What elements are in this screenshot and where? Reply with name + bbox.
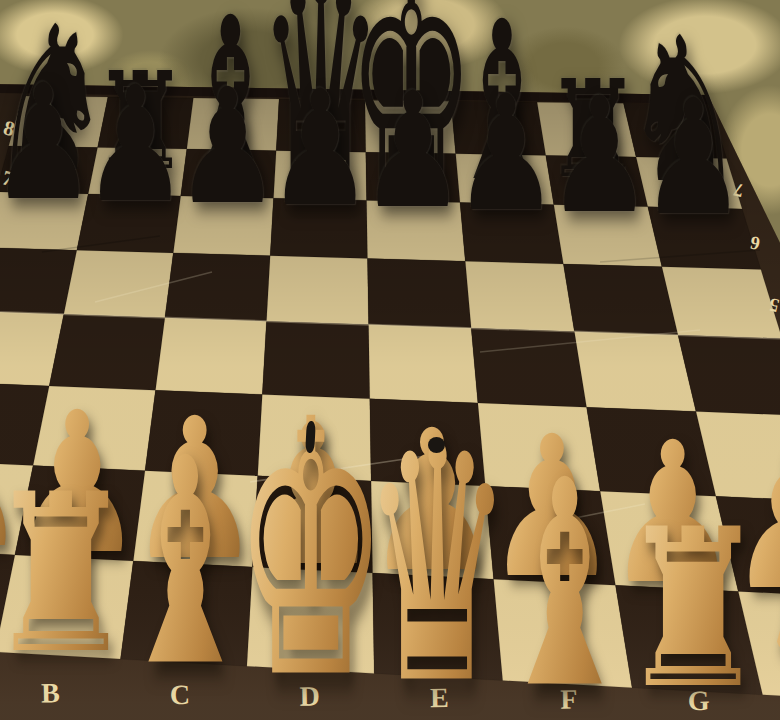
chessboard-photo: BCDEFG87765 ♞♜♝♛♚♝♜♞♟♟♟♟♟♟♟♟♟♟♟♟♟♟♟♟♞♜♝♚… bbox=[0, 0, 780, 720]
piece-black-pawn-h7[interactable]: ♟ bbox=[634, 78, 752, 237]
piece-white-knight-h1[interactable]: ♞ bbox=[743, 522, 780, 720]
